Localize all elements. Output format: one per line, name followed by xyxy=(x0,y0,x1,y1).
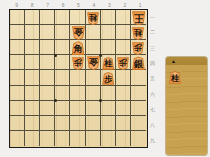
board-square[interactable] xyxy=(25,55,40,70)
board-square[interactable] xyxy=(86,131,101,146)
sente-piece-桂[interactable]: 桂 xyxy=(169,71,181,84)
rank-label: 五 xyxy=(148,71,157,86)
file-label: 2 xyxy=(117,1,132,9)
board-square[interactable] xyxy=(40,86,55,101)
board-square[interactable] xyxy=(101,101,116,116)
board-square[interactable] xyxy=(101,86,116,101)
board-square[interactable] xyxy=(40,55,55,70)
board-square[interactable] xyxy=(25,10,40,25)
board-square[interactable] xyxy=(70,116,85,131)
board-square[interactable] xyxy=(55,101,70,116)
board-square[interactable] xyxy=(10,25,25,40)
file-label: 8 xyxy=(24,1,39,9)
board-square[interactable] xyxy=(10,40,25,55)
board-square[interactable] xyxy=(70,10,85,25)
board-square[interactable] xyxy=(131,116,146,131)
board-square[interactable] xyxy=(116,131,131,146)
sente-piece-歩[interactable]: 歩 xyxy=(102,72,114,85)
board-square[interactable] xyxy=(70,101,85,116)
sente-marker-icon: ▲ xyxy=(171,58,176,64)
board-square[interactable] xyxy=(40,10,55,25)
board-square[interactable] xyxy=(25,70,40,85)
board-square[interactable] xyxy=(101,40,116,55)
board-square[interactable] xyxy=(101,10,116,25)
board-square[interactable] xyxy=(40,101,55,116)
gote-piece-歩[interactable]: 歩 xyxy=(72,57,84,70)
board-square[interactable] xyxy=(25,101,40,116)
board-square[interactable] xyxy=(10,55,25,70)
rank-coordinates: 一二三四五六七八九 xyxy=(148,9,157,148)
komadai: ▲ 桂 xyxy=(166,57,207,155)
board-square[interactable] xyxy=(86,40,101,55)
board-square[interactable] xyxy=(131,70,146,85)
rank-label: 八 xyxy=(148,117,157,132)
board-square[interactable] xyxy=(86,101,101,116)
board-square[interactable] xyxy=(25,116,40,131)
file-label: 4 xyxy=(86,1,101,9)
board-square[interactable] xyxy=(101,116,116,131)
board-square[interactable] xyxy=(116,101,131,116)
rank-label: 三 xyxy=(148,40,157,55)
shogi-board: 桂王金桂角歩歩金桂歩銀歩 xyxy=(9,9,148,148)
board-square[interactable] xyxy=(40,70,55,85)
rank-label: 二 xyxy=(148,24,157,39)
hoshi-dot-icon xyxy=(54,54,57,57)
board-square[interactable] xyxy=(10,86,25,101)
rank-label: 四 xyxy=(148,55,157,70)
board-square[interactable] xyxy=(10,131,25,146)
board-square[interactable] xyxy=(25,86,40,101)
board-square[interactable] xyxy=(116,10,131,25)
board-square[interactable] xyxy=(86,116,101,131)
board-square[interactable] xyxy=(40,40,55,55)
file-label: 1 xyxy=(133,1,148,9)
board-square[interactable] xyxy=(70,131,85,146)
board-square[interactable] xyxy=(10,70,25,85)
board-square[interactable] xyxy=(116,25,131,40)
rank-label: 七 xyxy=(148,102,157,117)
board-square[interactable] xyxy=(25,131,40,146)
board-square[interactable] xyxy=(86,70,101,85)
file-label: 9 xyxy=(9,1,24,9)
sente-piece-銀[interactable]: 銀 xyxy=(132,56,145,70)
board-square[interactable] xyxy=(131,86,146,101)
file-label: 3 xyxy=(102,1,117,9)
board-square[interactable] xyxy=(131,131,146,146)
rank-label: 九 xyxy=(148,133,157,148)
sente-piece-角[interactable]: 角 xyxy=(72,41,85,55)
board-square[interactable] xyxy=(55,10,70,25)
board-square[interactable] xyxy=(116,70,131,85)
board-square[interactable] xyxy=(131,101,146,116)
board-square[interactable] xyxy=(55,55,70,70)
board-square[interactable] xyxy=(10,116,25,131)
hoshi-dot-icon xyxy=(54,99,57,102)
board-square[interactable] xyxy=(55,40,70,55)
file-coordinates: 987654321 xyxy=(9,1,148,9)
board-square[interactable] xyxy=(10,101,25,116)
board-square[interactable] xyxy=(101,131,116,146)
board-square[interactable] xyxy=(116,86,131,101)
board-square[interactable] xyxy=(40,25,55,40)
board-square[interactable] xyxy=(40,116,55,131)
board-square[interactable] xyxy=(70,70,85,85)
board-square[interactable] xyxy=(25,25,40,40)
file-label: 6 xyxy=(55,1,70,9)
board-square[interactable] xyxy=(116,40,131,55)
board-square[interactable] xyxy=(55,70,70,85)
board-square[interactable] xyxy=(55,25,70,40)
board-square[interactable] xyxy=(25,40,40,55)
rank-label: 六 xyxy=(148,86,157,101)
board-square[interactable] xyxy=(10,10,25,25)
board-square[interactable] xyxy=(40,131,55,146)
komadai-rim: ▲ xyxy=(166,57,207,65)
sente-piece-桂[interactable]: 桂 xyxy=(102,57,114,70)
board-square[interactable] xyxy=(101,25,116,40)
rank-label: 一 xyxy=(148,9,157,24)
board-square[interactable] xyxy=(86,25,101,40)
board-square[interactable] xyxy=(116,116,131,131)
board-square[interactable] xyxy=(86,86,101,101)
gote-piece-桂[interactable]: 桂 xyxy=(87,12,99,25)
board-square[interactable] xyxy=(55,86,70,101)
board-square[interactable] xyxy=(55,131,70,146)
file-label: 7 xyxy=(40,1,55,9)
board-square[interactable] xyxy=(70,86,85,101)
tsume-shogi-diagram: 987654321 一二三四五六七八九 桂王金桂角歩歩金桂歩銀歩 ▲ 桂 xyxy=(0,0,210,157)
board-square[interactable] xyxy=(55,116,70,131)
file-label: 5 xyxy=(71,1,86,9)
